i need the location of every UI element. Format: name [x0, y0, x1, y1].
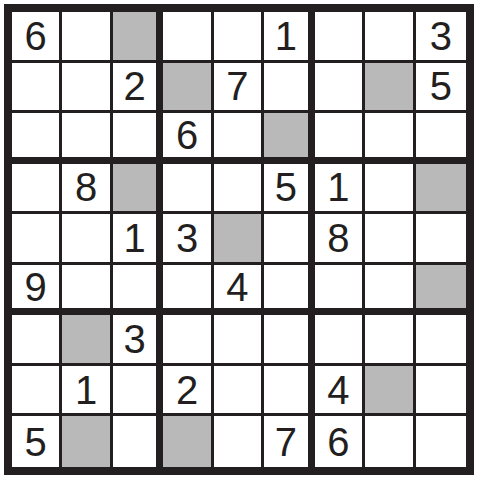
cell-r6c8-empty[interactable]: [365, 265, 415, 316]
cell-r6c4-empty[interactable]: [163, 265, 213, 316]
cell-r4c3-shaded[interactable]: [113, 164, 163, 215]
cell-r7c7-empty[interactable]: [315, 315, 365, 366]
cell-r1c4-empty[interactable]: [163, 12, 213, 63]
cell-r7c3-given: 3: [113, 315, 163, 366]
cell-r8c3-empty[interactable]: [113, 366, 163, 417]
cell-r2c9-given: 5: [416, 63, 466, 114]
cell-r2c2-empty[interactable]: [62, 63, 112, 114]
cell-r5c2-empty[interactable]: [62, 214, 112, 265]
cell-r1c2-empty[interactable]: [62, 12, 112, 63]
cell-r6c9-shaded[interactable]: [416, 265, 466, 316]
cell-r3c8-empty[interactable]: [365, 113, 415, 164]
cell-r3c9-empty[interactable]: [416, 113, 466, 164]
cell-r6c5-given: 4: [214, 265, 264, 316]
cell-r9c7-given: 6: [315, 416, 365, 467]
cell-r6c1-given: 9: [12, 265, 62, 316]
cell-r3c6-shaded[interactable]: [264, 113, 314, 164]
cell-r7c5-empty[interactable]: [214, 315, 264, 366]
cell-r7c6-empty[interactable]: [264, 315, 314, 366]
cell-r4c9-shaded[interactable]: [416, 164, 466, 215]
cell-r2c3-given: 2: [113, 63, 163, 114]
cell-r8c6-empty[interactable]: [264, 366, 314, 417]
cell-r4c8-empty[interactable]: [365, 164, 415, 215]
cell-r7c8-empty[interactable]: [365, 315, 415, 366]
cell-r6c3-empty[interactable]: [113, 265, 163, 316]
cell-r5c9-empty[interactable]: [416, 214, 466, 265]
cell-r4c1-empty[interactable]: [12, 164, 62, 215]
cell-r3c2-empty[interactable]: [62, 113, 112, 164]
cell-r9c9-empty[interactable]: [416, 416, 466, 467]
cell-r1c8-empty[interactable]: [365, 12, 415, 63]
cell-r5c3-given: 1: [113, 214, 163, 265]
cell-r2c6-empty[interactable]: [264, 63, 314, 114]
cell-r2c8-shaded[interactable]: [365, 63, 415, 114]
cell-r5c8-empty[interactable]: [365, 214, 415, 265]
cell-r1c7-empty[interactable]: [315, 12, 365, 63]
cell-r8c8-shaded[interactable]: [365, 366, 415, 417]
cell-r7c1-empty[interactable]: [12, 315, 62, 366]
cell-r8c9-empty[interactable]: [416, 366, 466, 417]
cell-r3c3-empty[interactable]: [113, 113, 163, 164]
cell-r4c5-empty[interactable]: [214, 164, 264, 215]
cell-r9c5-empty[interactable]: [214, 416, 264, 467]
cell-r5c5-shaded[interactable]: [214, 214, 264, 265]
cell-r4c6-given: 5: [264, 164, 314, 215]
cell-r5c1-empty[interactable]: [12, 214, 62, 265]
sudoku-page: 6132756851138943124576: [0, 0, 478, 479]
cell-r3c1-empty[interactable]: [12, 113, 62, 164]
cell-r9c2-shaded[interactable]: [62, 416, 112, 467]
cell-r6c6-empty[interactable]: [264, 265, 314, 316]
cell-r2c7-empty[interactable]: [315, 63, 365, 114]
cell-r8c4-given: 2: [163, 366, 213, 417]
cell-r1c3-shaded[interactable]: [113, 12, 163, 63]
cell-r5c4-given: 3: [163, 214, 213, 265]
cell-r2c5-given: 7: [214, 63, 264, 114]
cell-r9c6-given: 7: [264, 416, 314, 467]
cell-r1c6-given: 1: [264, 12, 314, 63]
cell-r4c7-given: 1: [315, 164, 365, 215]
cell-r3c7-empty[interactable]: [315, 113, 365, 164]
cell-r4c4-empty[interactable]: [163, 164, 213, 215]
cell-r8c2-given: 1: [62, 366, 112, 417]
cell-r8c1-empty[interactable]: [12, 366, 62, 417]
cell-r1c9-given: 3: [416, 12, 466, 63]
cell-r5c6-empty[interactable]: [264, 214, 314, 265]
cell-r5c7-given: 8: [315, 214, 365, 265]
cell-r6c2-empty[interactable]: [62, 265, 112, 316]
cell-r9c1-given: 5: [12, 416, 62, 467]
cell-r2c4-shaded[interactable]: [163, 63, 213, 114]
cell-r1c5-empty[interactable]: [214, 12, 264, 63]
cell-r6c7-empty[interactable]: [315, 265, 365, 316]
cell-r8c7-given: 4: [315, 366, 365, 417]
cell-r3c5-empty[interactable]: [214, 113, 264, 164]
cell-r7c2-shaded[interactable]: [62, 315, 112, 366]
cell-r8c5-empty[interactable]: [214, 366, 264, 417]
cell-r7c4-empty[interactable]: [163, 315, 213, 366]
cell-r1c1-given: 6: [12, 12, 62, 63]
cell-r2c1-empty[interactable]: [12, 63, 62, 114]
cell-r9c8-empty[interactable]: [365, 416, 415, 467]
cell-r9c3-empty[interactable]: [113, 416, 163, 467]
sudoku-board: 6132756851138943124576: [4, 4, 474, 475]
cell-r9c4-shaded[interactable]: [163, 416, 213, 467]
cell-r7c9-empty[interactable]: [416, 315, 466, 366]
cell-r4c2-given: 8: [62, 164, 112, 215]
cell-r3c4-given: 6: [163, 113, 213, 164]
